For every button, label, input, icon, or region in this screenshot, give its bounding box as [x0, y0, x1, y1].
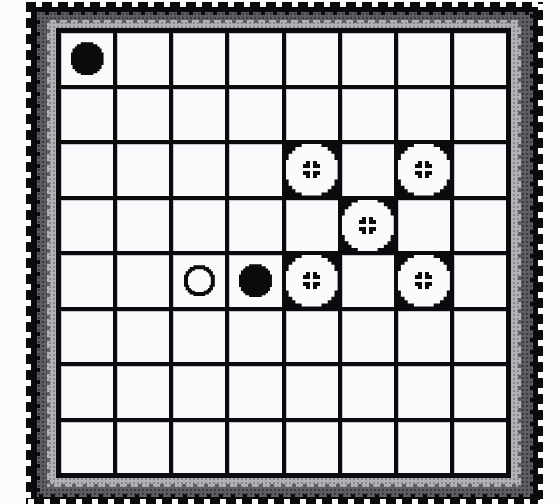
board-cell-r6c2[interactable]: [117, 311, 169, 363]
board-cell-r5c6[interactable]: [342, 255, 394, 307]
board-cell-r4c6[interactable]: [342, 200, 394, 252]
stamp-border-light-band: [47, 20, 521, 487]
board-cell-r5c5[interactable]: [286, 255, 338, 307]
button-disc-piece[interactable]: [398, 144, 450, 196]
board-cell-r3c5[interactable]: [286, 144, 338, 196]
black-disc-piece[interactable]: [239, 264, 272, 297]
board-cell-r5c2[interactable]: [117, 255, 169, 307]
stamp-border-dark-band: [37, 12, 533, 497]
board-cell-r1c4[interactable]: [229, 33, 281, 85]
board-cell-r8c5[interactable]: [286, 422, 338, 474]
board-cell-r3c7[interactable]: [398, 144, 450, 196]
board-cell-r4c1[interactable]: [61, 200, 113, 252]
board-cell-r1c7[interactable]: [398, 33, 450, 85]
board-cell-r6c5[interactable]: [286, 311, 338, 363]
board-cell-r6c1[interactable]: [61, 311, 113, 363]
board-cell-r6c7[interactable]: [398, 311, 450, 363]
board-cell-r2c8[interactable]: [454, 89, 506, 141]
button-disc-piece[interactable]: [398, 255, 450, 307]
board-cell-r7c7[interactable]: [398, 366, 450, 418]
board-cell-r7c3[interactable]: [173, 366, 225, 418]
board-cell-r2c1[interactable]: [61, 89, 113, 141]
board-cell-r8c1[interactable]: [61, 422, 113, 474]
button-disc-piece[interactable]: [286, 144, 338, 196]
board-cell-r1c8[interactable]: [454, 33, 506, 85]
board-cell-r3c6[interactable]: [342, 144, 394, 196]
board-cell-r7c5[interactable]: [286, 366, 338, 418]
board-cell-r5c8[interactable]: [454, 255, 506, 307]
board-cell-r1c1[interactable]: [61, 33, 113, 85]
board-cell-r5c3[interactable]: [173, 255, 225, 307]
board-cell-r3c2[interactable]: [117, 144, 169, 196]
board-cell-r7c2[interactable]: [117, 366, 169, 418]
board-cell-r1c6[interactable]: [342, 33, 394, 85]
board-cell-r6c4[interactable]: [229, 311, 281, 363]
board-cell-r7c6[interactable]: [342, 366, 394, 418]
board-cell-r2c6[interactable]: [342, 89, 394, 141]
board-cell-r2c5[interactable]: [286, 89, 338, 141]
board-cell-r7c4[interactable]: [229, 366, 281, 418]
board-cell-r4c8[interactable]: [454, 200, 506, 252]
board-cell-r1c5[interactable]: [286, 33, 338, 85]
board-cell-r4c4[interactable]: [229, 200, 281, 252]
board-cell-r2c7[interactable]: [398, 89, 450, 141]
board-cell-r7c1[interactable]: [61, 366, 113, 418]
board-cell-r2c2[interactable]: [117, 89, 169, 141]
board-cell-r8c6[interactable]: [342, 422, 394, 474]
board-cell-r8c7[interactable]: [398, 422, 450, 474]
board-cell-r7c8[interactable]: [454, 366, 506, 418]
board-cell-r8c2[interactable]: [117, 422, 169, 474]
board-cell-r2c3[interactable]: [173, 89, 225, 141]
board-cell-r8c4[interactable]: [229, 422, 281, 474]
board-cell-r6c3[interactable]: [173, 311, 225, 363]
button-disc-piece[interactable]: [286, 255, 338, 307]
board-cell-r6c6[interactable]: [342, 311, 394, 363]
button-disc-piece[interactable]: [342, 200, 394, 252]
board-cell-r4c2[interactable]: [117, 200, 169, 252]
board-cell-r2c4[interactable]: [229, 89, 281, 141]
board-cell-r3c1[interactable]: [61, 144, 113, 196]
board-cell-r5c7[interactable]: [398, 255, 450, 307]
board-cell-r3c4[interactable]: [229, 144, 281, 196]
board-cell-r3c8[interactable]: [454, 144, 506, 196]
board-cell-r4c5[interactable]: [286, 200, 338, 252]
board-cell-r8c3[interactable]: [173, 422, 225, 474]
stamp-border-sawtooth: [26, 2, 543, 504]
black-disc-piece[interactable]: [71, 42, 104, 75]
board-cell-r5c1[interactable]: [61, 255, 113, 307]
board-cell-r6c8[interactable]: [454, 311, 506, 363]
board-cell-r1c3[interactable]: [173, 33, 225, 85]
cross-mark-icon: [303, 272, 320, 289]
board-cell-r5c4[interactable]: [229, 255, 281, 307]
board-cell-r3c3[interactable]: [173, 144, 225, 196]
game-board: [56, 28, 511, 478]
board-cell-r8c8[interactable]: [454, 422, 506, 474]
cross-mark-icon: [415, 272, 432, 289]
cross-mark-icon: [415, 161, 432, 178]
cross-mark-icon: [359, 217, 376, 234]
white-outline-disc-piece[interactable]: [184, 265, 215, 296]
board-cell-r4c7[interactable]: [398, 200, 450, 252]
board-cell-r4c3[interactable]: [173, 200, 225, 252]
board-cell-r1c2[interactable]: [117, 33, 169, 85]
cross-mark-icon: [303, 161, 320, 178]
